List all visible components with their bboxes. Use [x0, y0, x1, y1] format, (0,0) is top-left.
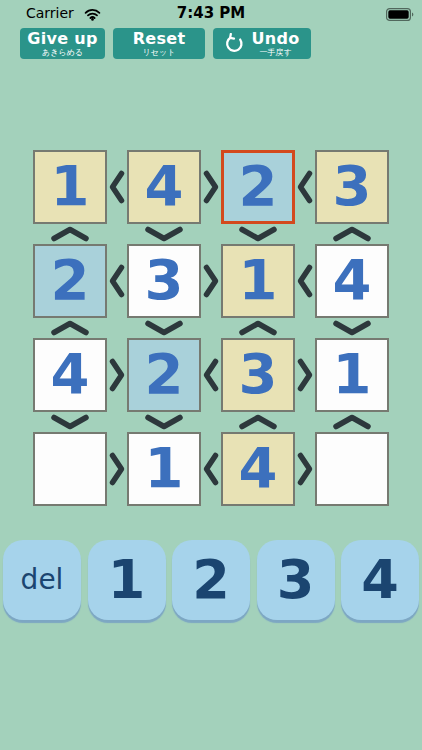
inequality-down-icon: [33, 412, 107, 432]
inequality-down-icon: [315, 318, 389, 338]
cell-r4c4[interactable]: [315, 432, 389, 506]
cell-digit: 4: [333, 252, 372, 308]
give-up-label: Give up: [27, 31, 97, 47]
inequality-up-icon: [33, 224, 107, 244]
toolbar: Give up あきらめる Reset リセット Undo 一手戻す: [20, 28, 311, 59]
battery-icon: [386, 6, 414, 25]
cell-digit: 2: [51, 252, 90, 308]
app-screen: Carrier 7:43 PM Give up あきらめる: [0, 0, 422, 750]
inequality-gt-icon: [107, 338, 127, 412]
status-bar: Carrier 7:43 PM: [0, 0, 422, 25]
cell-digit: 2: [239, 158, 278, 214]
reset-button[interactable]: Reset リセット: [113, 28, 205, 59]
cell-digit: 1: [333, 346, 372, 402]
key-del[interactable]: del: [3, 540, 81, 620]
inequality-up-icon: [33, 318, 107, 338]
clock: 7:43 PM: [0, 4, 422, 22]
inequality-lt-icon: [107, 150, 127, 224]
board: 14232314423114: [33, 150, 389, 506]
cell-r1c3[interactable]: 2: [221, 150, 295, 224]
cell-r1c2[interactable]: 4: [127, 150, 201, 224]
key-2[interactable]: 2: [172, 540, 250, 620]
inequality-up-icon: [315, 224, 389, 244]
inequality-down-icon: [127, 412, 201, 432]
inequality-gt-icon: [201, 244, 221, 318]
cell-digit: 3: [239, 346, 278, 402]
undo-icon: [224, 33, 245, 54]
undo-sublabel: 一手戻す: [259, 49, 291, 57]
inequality-lt-icon: [201, 432, 221, 506]
cell-r2c1[interactable]: 2: [33, 244, 107, 318]
inequality-up-icon: [221, 412, 295, 432]
cell-digit: 4: [51, 346, 90, 402]
cell-digit: 4: [145, 158, 184, 214]
cell-r4c2[interactable]: 1: [127, 432, 201, 506]
inequality-gt-icon: [201, 150, 221, 224]
cell-r3c4[interactable]: 1: [315, 338, 389, 412]
cell-r4c3[interactable]: 4: [221, 432, 295, 506]
give-up-sublabel: あきらめる: [42, 49, 83, 57]
inequality-up-icon: [315, 412, 389, 432]
inequality-gt-icon: [295, 432, 315, 506]
inequality-down-icon: [127, 224, 201, 244]
key-1[interactable]: 1: [88, 540, 166, 620]
inequality-down-icon: [127, 318, 201, 338]
cell-digit: 3: [333, 158, 372, 214]
inequality-up-icon: [221, 318, 295, 338]
cell-r3c1[interactable]: 4: [33, 338, 107, 412]
cell-r2c4[interactable]: 4: [315, 244, 389, 318]
reset-label: Reset: [133, 31, 186, 47]
cell-digit: 1: [145, 440, 184, 496]
inequality-gt-icon: [295, 338, 315, 412]
inequality-lt-icon: [295, 150, 315, 224]
cell-r1c1[interactable]: 1: [33, 150, 107, 224]
cell-digit: 4: [239, 440, 278, 496]
cell-r3c3[interactable]: 3: [221, 338, 295, 412]
cell-digit: 1: [51, 158, 90, 214]
cell-digit: 3: [145, 252, 184, 308]
cell-r2c3[interactable]: 1: [221, 244, 295, 318]
give-up-button[interactable]: Give up あきらめる: [20, 28, 105, 59]
cell-r1c4[interactable]: 3: [315, 150, 389, 224]
key-4[interactable]: 4: [341, 540, 419, 620]
keypad: del1234: [0, 540, 422, 620]
cell-r4c1[interactable]: [33, 432, 107, 506]
inequality-lt-icon: [295, 244, 315, 318]
inequality-lt-icon: [107, 244, 127, 318]
cell-digit: 1: [239, 252, 278, 308]
cell-digit: 2: [145, 346, 184, 402]
undo-label: Undo: [251, 31, 299, 47]
cell-r3c2[interactable]: 2: [127, 338, 201, 412]
cell-r2c2[interactable]: 3: [127, 244, 201, 318]
inequality-gt-icon: [107, 432, 127, 506]
inequality-lt-icon: [201, 338, 221, 412]
key-3[interactable]: 3: [257, 540, 335, 620]
inequality-down-icon: [221, 224, 295, 244]
undo-button[interactable]: Undo 一手戻す: [213, 28, 311, 59]
reset-sublabel: リセット: [143, 49, 176, 57]
